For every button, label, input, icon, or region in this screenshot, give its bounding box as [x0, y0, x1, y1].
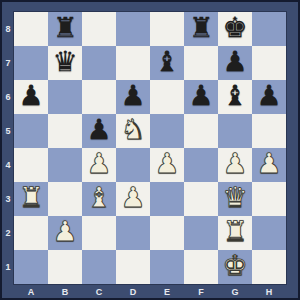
square-e1[interactable]	[150, 250, 184, 284]
piece-black-rook[interactable]: ♜	[188, 11, 213, 45]
square-g3[interactable]: ♛	[218, 182, 252, 216]
piece-white-pawn[interactable]: ♟	[86, 147, 111, 181]
square-f5[interactable]	[184, 114, 218, 148]
rank-label-1: 1	[2, 250, 14, 284]
file-label-f: F	[184, 285, 218, 298]
square-c4[interactable]: ♟	[82, 148, 116, 182]
square-f3[interactable]	[184, 182, 218, 216]
square-a1[interactable]	[14, 250, 48, 284]
piece-white-king[interactable]: ♚	[222, 249, 247, 283]
square-e7[interactable]: ♝	[150, 46, 184, 80]
square-d4[interactable]	[116, 148, 150, 182]
chess-board-frame: 87654321 ♜♜♚♛♝♟♟♟♟♝♟♟♞♟♟♟♟♜♝♟♛♟♜♚ ABCDEF…	[0, 0, 300, 300]
square-b7[interactable]: ♛	[48, 46, 82, 80]
square-b6[interactable]	[48, 80, 82, 114]
square-d8[interactable]	[116, 12, 150, 46]
square-f8[interactable]: ♜	[184, 12, 218, 46]
square-h4[interactable]: ♟	[252, 148, 286, 182]
rank-labels: 87654321	[2, 12, 14, 284]
square-h7[interactable]	[252, 46, 286, 80]
square-h6[interactable]: ♟	[252, 80, 286, 114]
rank-label-2: 2	[2, 216, 14, 250]
square-c3[interactable]: ♝	[82, 182, 116, 216]
square-e3[interactable]	[150, 182, 184, 216]
square-b8[interactable]: ♜	[48, 12, 82, 46]
rank-label-3: 3	[2, 182, 14, 216]
square-c7[interactable]	[82, 46, 116, 80]
square-e8[interactable]	[150, 12, 184, 46]
square-c1[interactable]	[82, 250, 116, 284]
square-g2[interactable]: ♜	[218, 216, 252, 250]
square-g6[interactable]: ♝	[218, 80, 252, 114]
square-d2[interactable]	[116, 216, 150, 250]
square-f4[interactable]	[184, 148, 218, 182]
rank-label-7: 7	[2, 46, 14, 80]
piece-black-king[interactable]: ♚	[222, 11, 247, 45]
piece-white-pawn[interactable]: ♟	[222, 147, 247, 181]
piece-black-pawn[interactable]: ♟	[18, 79, 43, 113]
square-c6[interactable]	[82, 80, 116, 114]
piece-black-pawn[interactable]: ♟	[120, 79, 145, 113]
piece-white-bishop[interactable]: ♝	[86, 181, 111, 215]
file-label-b: B	[48, 285, 82, 298]
square-d6[interactable]: ♟	[116, 80, 150, 114]
piece-black-pawn[interactable]: ♟	[222, 45, 247, 79]
square-e4[interactable]: ♟	[150, 148, 184, 182]
square-e6[interactable]	[150, 80, 184, 114]
piece-white-rook[interactable]: ♜	[222, 215, 247, 249]
piece-white-queen[interactable]: ♛	[222, 181, 247, 215]
file-label-c: C	[82, 285, 116, 298]
piece-black-pawn[interactable]: ♟	[86, 113, 111, 147]
square-a2[interactable]	[14, 216, 48, 250]
square-b5[interactable]	[48, 114, 82, 148]
square-a8[interactable]	[14, 12, 48, 46]
square-c5[interactable]: ♟	[82, 114, 116, 148]
square-a6[interactable]: ♟	[14, 80, 48, 114]
square-h5[interactable]	[252, 114, 286, 148]
square-g4[interactable]: ♟	[218, 148, 252, 182]
piece-white-pawn[interactable]: ♟	[52, 215, 77, 249]
piece-black-queen[interactable]: ♛	[52, 45, 77, 79]
square-h2[interactable]	[252, 216, 286, 250]
square-e5[interactable]	[150, 114, 184, 148]
piece-black-rook[interactable]: ♜	[52, 11, 77, 45]
square-b1[interactable]	[48, 250, 82, 284]
piece-white-pawn[interactable]: ♟	[120, 181, 145, 215]
chess-board: ♜♜♚♛♝♟♟♟♟♝♟♟♞♟♟♟♟♜♝♟♛♟♜♚	[14, 12, 286, 284]
file-labels: ABCDEFGH	[14, 285, 286, 298]
square-c2[interactable]	[82, 216, 116, 250]
square-b2[interactable]: ♟	[48, 216, 82, 250]
square-e2[interactable]	[150, 216, 184, 250]
square-h3[interactable]	[252, 182, 286, 216]
square-h8[interactable]	[252, 12, 286, 46]
square-g7[interactable]: ♟	[218, 46, 252, 80]
square-a3[interactable]: ♜	[14, 182, 48, 216]
piece-black-bishop[interactable]: ♝	[222, 79, 247, 113]
piece-black-bishop[interactable]: ♝	[154, 45, 179, 79]
square-d5[interactable]: ♞	[116, 114, 150, 148]
square-d1[interactable]	[116, 250, 150, 284]
piece-white-rook[interactable]: ♜	[18, 181, 43, 215]
square-f2[interactable]	[184, 216, 218, 250]
square-b3[interactable]	[48, 182, 82, 216]
file-label-d: D	[116, 285, 150, 298]
square-a5[interactable]	[14, 114, 48, 148]
square-c8[interactable]	[82, 12, 116, 46]
piece-white-pawn[interactable]: ♟	[256, 147, 281, 181]
square-g5[interactable]	[218, 114, 252, 148]
rank-label-4: 4	[2, 148, 14, 182]
square-a7[interactable]	[14, 46, 48, 80]
piece-black-pawn[interactable]: ♟	[256, 79, 281, 113]
rank-label-8: 8	[2, 12, 14, 46]
file-label-h: H	[252, 285, 286, 298]
square-a4[interactable]	[14, 148, 48, 182]
file-label-a: A	[14, 285, 48, 298]
square-b4[interactable]	[48, 148, 82, 182]
piece-white-knight[interactable]: ♞	[120, 113, 145, 147]
square-h1[interactable]	[252, 250, 286, 284]
square-d3[interactable]: ♟	[116, 182, 150, 216]
file-label-g: G	[218, 285, 252, 298]
square-f7[interactable]	[184, 46, 218, 80]
square-g8[interactable]: ♚	[218, 12, 252, 46]
file-label-e: E	[150, 285, 184, 298]
rank-label-5: 5	[2, 114, 14, 148]
rank-label-6: 6	[2, 80, 14, 114]
square-f6[interactable]: ♟	[184, 80, 218, 114]
piece-black-pawn[interactable]: ♟	[188, 79, 213, 113]
square-f1[interactable]	[184, 250, 218, 284]
piece-white-pawn[interactable]: ♟	[154, 147, 179, 181]
square-g1[interactable]: ♚	[218, 250, 252, 284]
square-d7[interactable]	[116, 46, 150, 80]
